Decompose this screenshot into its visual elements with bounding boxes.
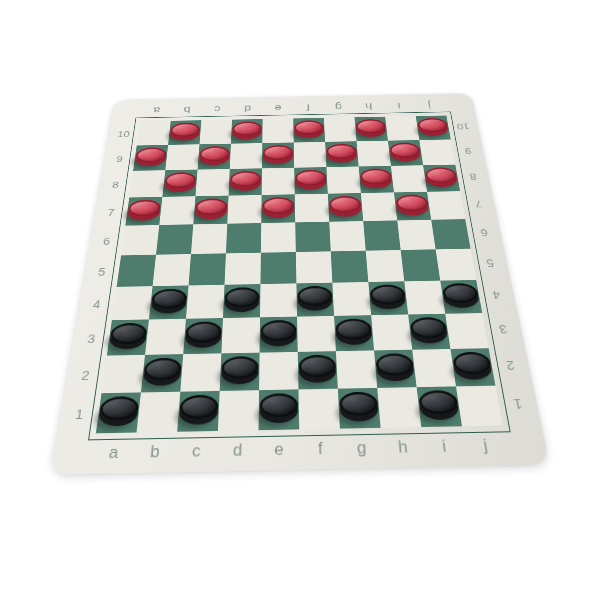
file-label-top-c: c [201, 98, 233, 120]
black-checker-e3[interactable] [261, 320, 297, 347]
rank-label-right-8: 8 [455, 164, 491, 191]
square-a8 [129, 170, 165, 197]
file-label-top-f: f [293, 96, 324, 118]
square-e5[interactable] [260, 252, 296, 284]
square-d1 [218, 390, 259, 431]
black-checker-j4[interactable] [442, 283, 481, 308]
scene: abcdefghij abcdefghij 10987654321 109876… [0, 0, 600, 600]
square-e2 [259, 352, 298, 390]
rank-label-4: 4 [77, 287, 117, 321]
file-label-top-d: d [232, 97, 263, 119]
black-checker-i1[interactable] [418, 390, 460, 420]
rank-label-right-10: 10 [446, 115, 480, 139]
square-i6 [397, 220, 435, 250]
file-label-top-j: j [413, 94, 447, 116]
file-label-top-b: b [171, 98, 203, 120]
square-f3 [297, 316, 336, 352]
square-h6[interactable] [363, 220, 400, 250]
square-d3 [221, 317, 260, 353]
square-j3 [445, 313, 488, 349]
square-d5 [224, 253, 260, 285]
square-b6[interactable] [156, 224, 193, 254]
red-checker-j10[interactable] [417, 118, 449, 136]
rank-label-right-3: 3 [482, 312, 525, 348]
square-h9 [357, 141, 391, 167]
rank-label-9: 9 [102, 145, 136, 171]
checkers-mat: abcdefghij abcdefghij 10987654321 109876… [50, 93, 550, 475]
rank-label-right-2: 2 [489, 348, 533, 386]
file-label-top-h: h [353, 95, 385, 117]
red-checker-f10[interactable] [294, 120, 324, 138]
square-i10 [385, 116, 419, 141]
red-checker-g9[interactable] [326, 144, 358, 163]
square-b1 [137, 392, 181, 433]
file-label-j: j [462, 425, 510, 466]
red-checker-d8[interactable] [230, 171, 262, 191]
black-checker-c3[interactable] [185, 321, 222, 348]
square-i4 [404, 281, 445, 315]
red-checker-h8[interactable] [360, 168, 393, 188]
file-label-top-e: e [263, 97, 294, 119]
rank-label-right-5: 5 [471, 248, 511, 280]
rank-label-2: 2 [64, 356, 107, 394]
red-checker-j8[interactable] [424, 167, 458, 187]
file-label-g: g [340, 428, 384, 469]
square-f1 [298, 389, 339, 430]
square-c5[interactable] [189, 253, 226, 285]
black-checker-d4[interactable] [224, 287, 259, 312]
file-label-top-i: i [383, 94, 416, 116]
square-d7 [227, 195, 261, 224]
square-g5[interactable] [331, 251, 369, 283]
square-i5[interactable] [401, 249, 441, 281]
square-j5 [436, 249, 477, 281]
square-c8 [195, 169, 229, 196]
file-label-d: d [216, 430, 259, 471]
rank-label-7: 7 [93, 197, 129, 226]
red-checker-d10[interactable] [232, 121, 262, 139]
rank-label-10: 10 [107, 121, 140, 146]
square-b3 [145, 319, 186, 355]
square-e6 [261, 222, 296, 252]
square-j1 [456, 386, 503, 427]
red-checker-i9[interactable] [389, 142, 422, 161]
board-grid [96, 116, 503, 434]
square-h1 [377, 387, 421, 428]
red-checker-h10[interactable] [355, 119, 386, 137]
square-b7 [159, 196, 195, 225]
square-g8 [326, 166, 360, 193]
file-label-top-a: a [140, 99, 173, 121]
red-checker-e9[interactable] [263, 145, 294, 164]
black-checker-g3[interactable] [335, 318, 373, 345]
file-label-b: b [132, 432, 177, 473]
square-j9 [419, 139, 455, 165]
square-f6[interactable] [295, 222, 331, 252]
square-g6 [329, 221, 365, 251]
red-checker-i7[interactable] [395, 194, 430, 215]
square-g2 [336, 350, 377, 388]
square-g10 [324, 117, 357, 142]
black-checker-j2[interactable] [452, 352, 493, 380]
rank-label-right-1: 1 [495, 385, 541, 426]
black-checker-f4[interactable] [297, 286, 333, 311]
square-a4 [112, 286, 153, 320]
rank-label-right-7: 7 [460, 191, 497, 220]
square-f9 [294, 142, 327, 168]
square-c4 [186, 285, 225, 319]
red-checker-a7[interactable] [127, 199, 162, 220]
square-c6 [191, 224, 227, 254]
file-label-c: c [174, 431, 218, 472]
square-a5[interactable] [117, 255, 156, 287]
square-f5 [296, 251, 333, 283]
file-label-top-g: g [323, 96, 355, 118]
file-labels-bottom: abcdefghij [90, 425, 510, 474]
square-e10 [262, 118, 293, 143]
rank-label-5: 5 [82, 255, 121, 287]
square-a2 [102, 355, 146, 393]
rank-label-right-9: 9 [451, 139, 486, 165]
square-b5 [153, 254, 191, 286]
black-checker-a1[interactable] [98, 396, 140, 426]
black-checker-b4[interactable] [150, 289, 187, 314]
square-j6[interactable] [431, 219, 470, 249]
square-d9 [230, 143, 263, 169]
black-checker-h4[interactable] [369, 284, 406, 309]
square-d6[interactable] [226, 223, 261, 253]
square-g4 [332, 282, 371, 316]
black-checker-e1[interactable] [260, 393, 299, 423]
black-checker-a3[interactable] [109, 323, 148, 350]
black-checker-c1[interactable] [179, 395, 219, 425]
red-checker-f8[interactable] [295, 170, 327, 190]
black-checker-f2[interactable] [299, 355, 337, 383]
file-label-h: h [381, 427, 426, 468]
rank-label-3: 3 [71, 320, 112, 356]
black-checker-h2[interactable] [375, 353, 415, 381]
file-label-e: e [258, 429, 300, 470]
rank-label-right-6: 6 [465, 218, 504, 248]
red-checker-a9[interactable] [134, 147, 167, 166]
black-checker-b2[interactable] [143, 358, 182, 386]
square-h5 [366, 250, 405, 282]
square-i2 [412, 349, 456, 387]
black-checker-d2[interactable] [221, 356, 259, 384]
square-j7 [427, 191, 465, 220]
file-label-f: f [299, 429, 342, 470]
rank-label-6: 6 [88, 226, 126, 256]
file-label-i: i [421, 426, 468, 467]
square-c10 [199, 120, 231, 145]
square-e4 [260, 283, 297, 317]
red-checker-c7[interactable] [194, 198, 227, 219]
black-checker-g1[interactable] [339, 392, 379, 422]
square-f7 [295, 194, 330, 223]
square-e8 [262, 168, 295, 195]
square-h7 [361, 192, 397, 221]
red-checker-g7[interactable] [329, 196, 362, 217]
black-checker-i3[interactable] [409, 317, 448, 344]
rank-label-right-4: 4 [476, 279, 517, 313]
square-a10 [137, 121, 171, 146]
square-h3 [371, 314, 412, 350]
square-b9 [165, 144, 199, 170]
red-checker-c9[interactable] [199, 146, 230, 165]
square-c2 [180, 353, 221, 391]
file-label-a: a [90, 433, 136, 475]
square-a6 [121, 225, 159, 255]
red-checker-b8[interactable] [164, 172, 197, 192]
red-checker-e7[interactable] [262, 197, 294, 218]
rank-label-8: 8 [98, 171, 133, 198]
rank-label-1: 1 [57, 393, 101, 434]
red-checker-b10[interactable] [169, 122, 200, 140]
square-i8 [391, 165, 427, 192]
